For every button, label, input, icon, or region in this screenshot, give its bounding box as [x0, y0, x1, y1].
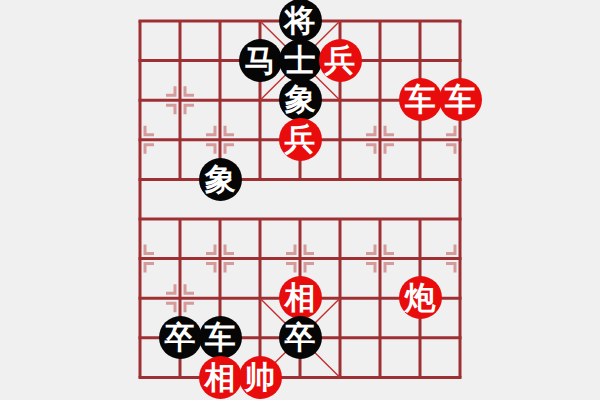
board-point-4-7: 相 [280, 278, 320, 318]
piece-red-general[interactable]: 帅 [239, 356, 282, 399]
board-point-2-9: 相 [200, 357, 240, 397]
piece-red-chariot-1[interactable]: 车 [399, 78, 442, 121]
board-point-5-1: 兵 [320, 41, 360, 81]
piece-red-cannon[interactable]: 炮 [399, 276, 442, 319]
piece-black-elephant-1[interactable]: 象 [279, 78, 322, 121]
piece-red-chariot-2[interactable]: 车 [439, 78, 482, 121]
board-point-4-3: 兵 [280, 120, 320, 160]
board-point-7-7: 炮 [400, 278, 440, 318]
board-point-1-8: 卒 [160, 318, 200, 358]
piece-red-elephant-1[interactable]: 相 [279, 276, 322, 319]
board-point-8-2: 车 [440, 80, 480, 120]
board-point-4-1: 士 [280, 41, 320, 81]
piece-black-horse[interactable]: 马 [239, 39, 282, 82]
piece-black-chariot[interactable]: 车 [199, 316, 242, 359]
board-point-2-8: 车 [200, 318, 240, 358]
board-point-3-1: 马 [240, 41, 280, 81]
board-point-4-0: 将 [280, 1, 320, 41]
piece-black-soldier-1[interactable]: 卒 [159, 316, 202, 359]
piece-black-general[interactable]: 将 [279, 0, 322, 42]
board-point-4-2: 象 [280, 80, 320, 120]
board-grid: 将马士兵象车车兵象相炮卒车卒相帅 [120, 1, 480, 397]
piece-black-advisor[interactable]: 士 [279, 39, 322, 82]
board-point-7-2: 车 [400, 80, 440, 120]
xiangqi-diagram: 将马士兵象车车兵象相炮卒车卒相帅 [0, 0, 600, 400]
piece-red-elephant-2[interactable]: 相 [199, 356, 242, 399]
board-point-2-4: 象 [200, 159, 240, 199]
board-point-3-9: 帅 [240, 357, 280, 397]
piece-red-soldier-2[interactable]: 兵 [279, 118, 322, 161]
board-point-4-8: 卒 [280, 318, 320, 358]
piece-black-elephant-2[interactable]: 象 [199, 158, 242, 201]
piece-black-soldier-2[interactable]: 卒 [279, 316, 322, 359]
piece-red-soldier-1[interactable]: 兵 [319, 39, 362, 82]
